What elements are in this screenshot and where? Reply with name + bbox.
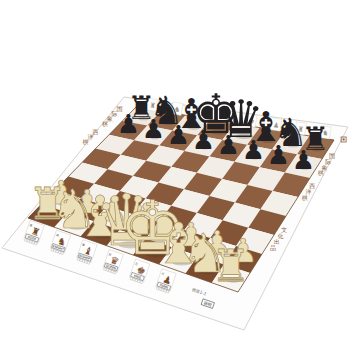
svg-text:棋: 棋 (83, 138, 89, 145)
piece-black-pawn-h7[interactable]: ♟ (292, 145, 315, 175)
piece-black-pawn-f7[interactable]: ♟ (242, 135, 265, 165)
board-svg: ♜♞♝♛♚♟♜♞国际象棋西洋棋国际象棋西洋棋文化出品車♜ROOK馬♞KNIGHT… (0, 0, 360, 360)
svg-text:棋: 棋 (302, 194, 308, 201)
svg-text:棋: 棋 (102, 120, 108, 127)
piece-black-pawn-d7[interactable]: ♟ (192, 125, 215, 155)
piece-black-pawn-g7[interactable]: ♟ (267, 140, 290, 170)
chess-set-photo: ♜♞♝♛♚♟♜♞国际象棋西洋棋国际象棋西洋棋文化出品車♜ROOK馬♞KNIGHT… (0, 0, 360, 360)
svg-text:棋: 棋 (318, 169, 324, 176)
piece-black-pawn-a7[interactable]: ♟ (117, 109, 140, 139)
piece-black-pawn-e7[interactable]: ♟ (217, 130, 240, 160)
piece-black-pawn-c7[interactable]: ♟ (167, 120, 190, 150)
svg-text:品: 品 (270, 244, 276, 252)
piece-white-rook-h1[interactable]: ♜ (211, 240, 251, 291)
piece-black-pawn-b7[interactable]: ♟ (142, 114, 165, 144)
